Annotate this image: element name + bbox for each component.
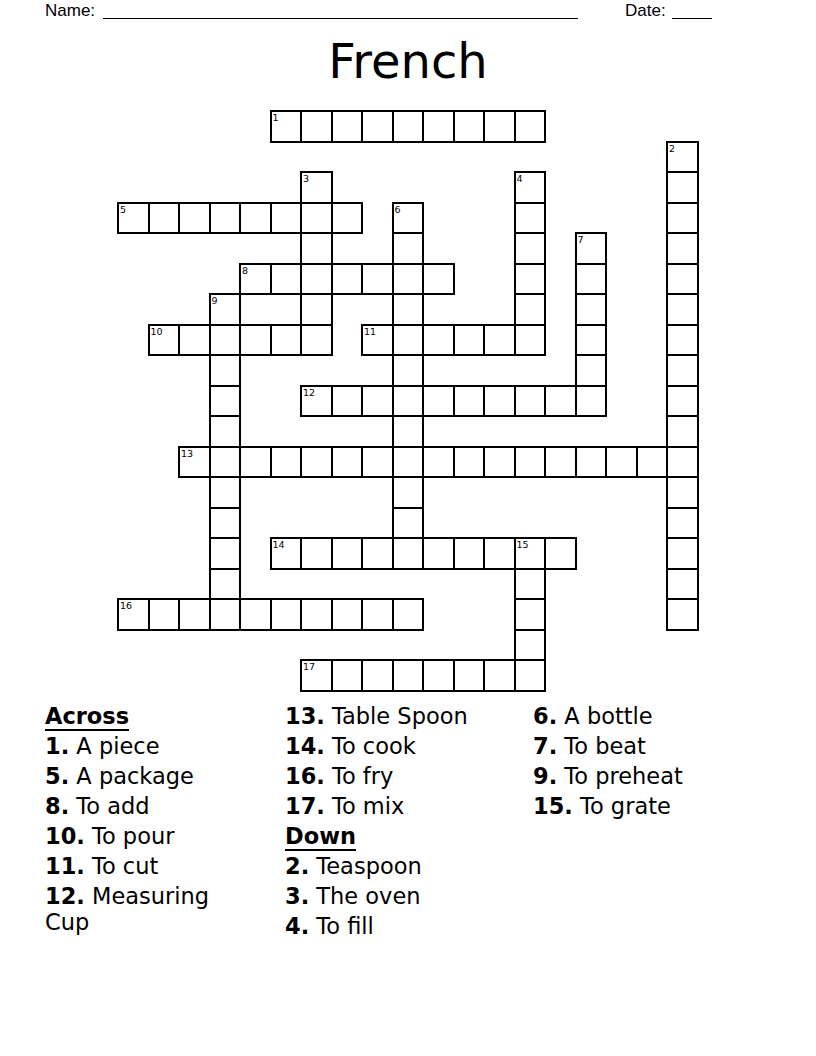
grid-cell-r4c18[interactable] (666, 232, 699, 265)
grid-cell-r15c18[interactable] (666, 568, 699, 601)
grid-cell-r14c18[interactable] (666, 537, 699, 570)
grid-cell-r15c3[interactable] (209, 568, 242, 601)
grid-cell-r9c11[interactable] (453, 385, 486, 418)
clue-item-2: 2. Teaspoon (285, 853, 530, 879)
grid-cell-r18c8[interactable] (361, 659, 394, 692)
clue-number-2: 2 (669, 144, 675, 153)
grid-cell-r15c13[interactable] (514, 568, 547, 601)
grid-cell-r14c10[interactable] (422, 537, 455, 570)
grid-cell-r14c7[interactable] (331, 537, 364, 570)
grid-cell-r3c13[interactable] (514, 202, 547, 235)
clue-column-3: 6. A bottle7. To beat9. To preheat15. To… (533, 703, 763, 823)
grid-cell-r3c18[interactable] (666, 202, 699, 235)
clue-item-15: 15. To grate (533, 793, 763, 819)
grid-cell-r13c3[interactable] (209, 507, 242, 540)
grid-cell-r6c9[interactable] (392, 293, 425, 326)
grid-cell-r9c12[interactable] (483, 385, 516, 418)
clue-number-16: 16 (120, 601, 132, 610)
grid-cell-r14c8[interactable] (361, 537, 394, 570)
grid-cell-r7c18[interactable] (666, 324, 699, 357)
grid-cell-r10c9[interactable] (392, 415, 425, 448)
grid-cell-r11c5[interactable] (270, 446, 303, 479)
grid-cell-r16c18[interactable] (666, 598, 699, 631)
grid-cell-r9c10[interactable] (422, 385, 455, 418)
clue-item-17: 17. To mix (285, 793, 530, 819)
grid-cell-r7c9[interactable] (392, 324, 425, 357)
grid-cell-r4c6[interactable] (300, 232, 333, 265)
grid-cell-r5c10[interactable] (422, 263, 455, 296)
grid-cell-r16c7[interactable] (331, 598, 364, 631)
grid-cell-r7c15[interactable] (575, 324, 608, 357)
grid-cell-r8c18[interactable] (666, 354, 699, 387)
grid-cell-r3c4[interactable] (239, 202, 272, 235)
clue-number-10: 10 (151, 327, 163, 336)
grid-cell-r11c10[interactable] (422, 446, 455, 479)
grid-cell-r16c1[interactable] (148, 598, 181, 631)
grid-cell-r8c9[interactable] (392, 354, 425, 387)
clue-item-8: 8. To add (45, 793, 220, 819)
grid-cell-r3c5[interactable] (270, 202, 303, 235)
grid-cell-r17c13[interactable] (514, 629, 547, 662)
grid-cell-r16c2[interactable] (178, 598, 211, 631)
clue-item-14: 14. To cook (285, 733, 530, 759)
clue-item-12: 12. Measuring Cup (45, 883, 220, 935)
grid-cell-r11c6[interactable] (300, 446, 333, 479)
grid-cell-r7c10[interactable] (422, 324, 455, 357)
grid-cell-r18c11[interactable] (453, 659, 486, 692)
clue-number-15: 15 (517, 540, 529, 549)
date-label: Date: (625, 1, 666, 21)
grid-cell-r7c11[interactable] (453, 324, 486, 357)
grid-cell-r5c13[interactable] (514, 263, 547, 296)
grid-cell-r0c10[interactable] (422, 110, 455, 143)
grid-cell-r18c12[interactable] (483, 659, 516, 692)
grid-cell-r7c6[interactable] (300, 324, 333, 357)
grid-cell-r7c5[interactable] (270, 324, 303, 357)
grid-cell-r6c6[interactable] (300, 293, 333, 326)
grid-cell-r3c6[interactable] (300, 202, 333, 235)
grid-cell-r7c3[interactable] (209, 324, 242, 357)
date-blank-line[interactable] (672, 17, 712, 19)
grid-cell-r8c3[interactable] (209, 354, 242, 387)
grid-cell-r11c8[interactable] (361, 446, 394, 479)
clue-number-6: 6 (395, 205, 401, 214)
grid-cell-r3c7[interactable] (331, 202, 364, 235)
grid-cell-r6c15[interactable] (575, 293, 608, 326)
clue-item-11: 11. To cut (45, 853, 220, 879)
grid-cell-r16c13[interactable] (514, 598, 547, 631)
grid-cell-r18c10[interactable] (422, 659, 455, 692)
name-blank-line[interactable] (103, 17, 578, 19)
clue-column-1: Across1. A piece5. A package8. To add10.… (45, 703, 220, 939)
grid-cell-r16c3[interactable] (209, 598, 242, 631)
grid-cell-r16c4[interactable] (239, 598, 272, 631)
grid-cell-r7c2[interactable] (178, 324, 211, 357)
clue-item-16: 16. To fry (285, 763, 530, 789)
grid-cell-r11c9[interactable] (392, 446, 425, 479)
grid-cell-r6c18[interactable] (666, 293, 699, 326)
grid-cell-r14c6[interactable] (300, 537, 333, 570)
grid-cell-r10c3[interactable] (209, 415, 242, 448)
grid-cell-r9c7[interactable] (331, 385, 364, 418)
clue-item-13: 13. Table Spoon (285, 703, 530, 729)
grid-cell-r16c6[interactable] (300, 598, 333, 631)
clue-number-3: 3 (303, 174, 309, 183)
grid-cell-r4c13[interactable] (514, 232, 547, 265)
grid-cell-r14c12[interactable] (483, 537, 516, 570)
grid-cell-r5c6[interactable] (300, 263, 333, 296)
clue-number-11: 11 (364, 327, 376, 336)
grid-cell-r16c5[interactable] (270, 598, 303, 631)
grid-cell-r9c18[interactable] (666, 385, 699, 418)
clues-heading-across: Across (45, 703, 220, 729)
grid-cell-r3c2[interactable] (178, 202, 211, 235)
grid-cell-r0c12[interactable] (483, 110, 516, 143)
crossword-worksheet: Name: Date: French 123456789101112131415… (0, 0, 816, 1056)
clue-number-17: 17 (303, 662, 315, 671)
grid-cell-r11c16[interactable] (605, 446, 638, 479)
clue-item-3: 3. The oven (285, 883, 530, 909)
grid-cell-r3c1[interactable] (148, 202, 181, 235)
grid-cell-r5c18[interactable] (666, 263, 699, 296)
clue-number-12: 12 (303, 388, 315, 397)
grid-cell-r7c12[interactable] (483, 324, 516, 357)
grid-cell-r13c9[interactable] (392, 507, 425, 540)
grid-cell-r3c3[interactable] (209, 202, 242, 235)
page-title: French (0, 33, 816, 89)
grid-cell-r9c14[interactable] (544, 385, 577, 418)
grid-cell-r10c18[interactable] (666, 415, 699, 448)
clue-number-4: 4 (517, 174, 523, 183)
clues-heading-down: Down (285, 823, 530, 849)
clue-column-2: 13. Table Spoon14. To cook16. To fry17. … (285, 703, 530, 943)
grid-cell-r0c7[interactable] (331, 110, 364, 143)
grid-cell-r14c11[interactable] (453, 537, 486, 570)
grid-cell-r11c12[interactable] (483, 446, 516, 479)
grid-cell-r9c9[interactable] (392, 385, 425, 418)
grid-cell-r11c3[interactable] (209, 446, 242, 479)
clue-number-9: 9 (212, 296, 218, 305)
crossword-grid: 1234567891011121314151617 (117, 110, 699, 692)
grid-cell-r5c15[interactable] (575, 263, 608, 296)
grid-cell-r9c15[interactable] (575, 385, 608, 418)
clue-number-14: 14 (273, 540, 285, 549)
grid-cell-r11c11[interactable] (453, 446, 486, 479)
grid-cell-r9c8[interactable] (361, 385, 394, 418)
grid-cell-r11c17[interactable] (636, 446, 669, 479)
grid-cell-r5c8[interactable] (361, 263, 394, 296)
clue-item-10: 10. To pour (45, 823, 220, 849)
grid-cell-r11c7[interactable] (331, 446, 364, 479)
grid-cell-r0c13[interactable] (514, 110, 547, 143)
grid-cell-r11c18[interactable] (666, 446, 699, 479)
grid-cell-r14c9[interactable] (392, 537, 425, 570)
grid-cell-r18c7[interactable] (331, 659, 364, 692)
grid-cell-r9c13[interactable] (514, 385, 547, 418)
grid-cell-r13c18[interactable] (666, 507, 699, 540)
grid-cell-r18c9[interactable] (392, 659, 425, 692)
clue-item-6: 6. A bottle (533, 703, 763, 729)
clue-number-13: 13 (181, 449, 193, 458)
name-label: Name: (45, 1, 95, 21)
clue-number-5: 5 (120, 205, 126, 214)
clue-number-7: 7 (578, 235, 584, 244)
grid-cell-r12c9[interactable] (392, 476, 425, 509)
grid-cell-r9c3[interactable] (209, 385, 242, 418)
grid-cell-r16c8[interactable] (361, 598, 394, 631)
grid-cell-r8c15[interactable] (575, 354, 608, 387)
grid-cell-r11c13[interactable] (514, 446, 547, 479)
clue-number-1: 1 (273, 113, 279, 122)
clue-item-9: 9. To preheat (533, 763, 763, 789)
grid-cell-r0c8[interactable] (361, 110, 394, 143)
grid-cell-r0c9[interactable] (392, 110, 425, 143)
grid-cell-r16c9[interactable] (392, 598, 425, 631)
grid-cell-r0c6[interactable] (300, 110, 333, 143)
grid-cell-r2c18[interactable] (666, 171, 699, 204)
grid-cell-r7c4[interactable] (239, 324, 272, 357)
grid-cell-r12c18[interactable] (666, 476, 699, 509)
clue-item-4: 4. To fill (285, 913, 530, 939)
clue-number-8: 8 (242, 266, 248, 275)
grid-cell-r6c13[interactable] (514, 293, 547, 326)
grid-cell-r11c4[interactable] (239, 446, 272, 479)
grid-cell-r4c9[interactable] (392, 232, 425, 265)
grid-cell-r14c3[interactable] (209, 537, 242, 570)
clue-item-7: 7. To beat (533, 733, 763, 759)
grid-cell-r5c7[interactable] (331, 263, 364, 296)
grid-cell-r7c13[interactable] (514, 324, 547, 357)
grid-cell-r18c13[interactable] (514, 659, 547, 692)
grid-cell-r5c9[interactable] (392, 263, 425, 296)
grid-cell-r0c11[interactable] (453, 110, 486, 143)
grid-cell-r5c5[interactable] (270, 263, 303, 296)
clue-item-1: 1. A piece (45, 733, 220, 759)
grid-cell-r11c14[interactable] (544, 446, 577, 479)
grid-cell-r12c3[interactable] (209, 476, 242, 509)
clue-item-5: 5. A package (45, 763, 220, 789)
grid-cell-r11c15[interactable] (575, 446, 608, 479)
grid-cell-r14c14[interactable] (544, 537, 577, 570)
